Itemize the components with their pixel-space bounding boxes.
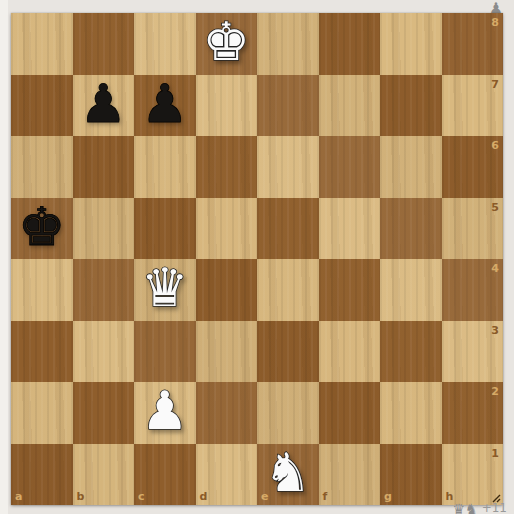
square-e2[interactable] — [257, 382, 319, 444]
square-h3[interactable]: 3 — [442, 321, 504, 383]
square-c7[interactable]: ♟ — [134, 75, 196, 137]
square-g1[interactable]: g — [380, 444, 442, 506]
square-g4[interactable] — [380, 259, 442, 321]
square-h6[interactable]: 6 — [442, 136, 504, 198]
rank-label-2: 2 — [491, 386, 499, 397]
material-advantage: ♛♞ +11 — [453, 501, 507, 514]
square-h7[interactable]: 7 — [442, 75, 504, 137]
rank-label-6: 6 — [491, 140, 499, 151]
square-a6[interactable] — [11, 136, 73, 198]
square-f1[interactable]: f — [319, 444, 381, 506]
square-b5[interactable] — [73, 198, 135, 260]
rank-label-3: 3 — [491, 325, 499, 336]
square-c8[interactable] — [134, 13, 196, 75]
square-h2[interactable]: 2 — [442, 382, 504, 444]
square-e6[interactable] — [257, 136, 319, 198]
square-d8[interactable]: ♚ — [196, 13, 258, 75]
square-b3[interactable] — [73, 321, 135, 383]
square-d5[interactable] — [196, 198, 258, 260]
square-b6[interactable] — [73, 136, 135, 198]
square-e3[interactable] — [257, 321, 319, 383]
file-label-d: d — [200, 491, 208, 502]
piece-white-queen[interactable]: ♛ — [141, 261, 189, 314]
square-d3[interactable] — [196, 321, 258, 383]
piece-black-pawn[interactable]: ♟ — [141, 77, 189, 130]
square-f8[interactable] — [319, 13, 381, 75]
square-b7[interactable]: ♟ — [73, 75, 135, 137]
square-b8[interactable] — [73, 13, 135, 75]
file-label-f: f — [323, 491, 328, 502]
square-c1[interactable]: c — [134, 444, 196, 506]
piece-white-pawn[interactable]: ♟ — [141, 384, 189, 437]
file-label-b: b — [77, 491, 85, 502]
piece-black-pawn[interactable]: ♟ — [79, 77, 127, 130]
square-b4[interactable] — [73, 259, 135, 321]
page-left-strip — [0, 0, 8, 514]
square-c6[interactable] — [134, 136, 196, 198]
square-a2[interactable] — [11, 382, 73, 444]
square-f2[interactable] — [319, 382, 381, 444]
square-e5[interactable] — [257, 198, 319, 260]
rank-label-5: 5 — [491, 202, 499, 213]
square-f5[interactable] — [319, 198, 381, 260]
rank-label-7: 7 — [491, 79, 499, 90]
square-h8[interactable]: 8 — [442, 13, 504, 75]
square-g3[interactable] — [380, 321, 442, 383]
square-c5[interactable] — [134, 198, 196, 260]
file-label-g: g — [384, 491, 392, 502]
square-g7[interactable] — [380, 75, 442, 137]
square-d2[interactable] — [196, 382, 258, 444]
square-f6[interactable] — [319, 136, 381, 198]
square-f3[interactable] — [319, 321, 381, 383]
square-c4[interactable]: ♛ — [134, 259, 196, 321]
square-g5[interactable] — [380, 198, 442, 260]
piece-white-king[interactable]: ♚ — [202, 15, 250, 68]
square-e4[interactable] — [257, 259, 319, 321]
square-g6[interactable] — [380, 136, 442, 198]
square-b1[interactable]: b — [73, 444, 135, 506]
square-a3[interactable] — [11, 321, 73, 383]
square-e8[interactable] — [257, 13, 319, 75]
rank-label-8: 8 — [491, 17, 499, 28]
square-a7[interactable] — [11, 75, 73, 137]
square-e1[interactable]: e♞ — [257, 444, 319, 506]
square-a8[interactable] — [11, 13, 73, 75]
piece-white-knight[interactable]: ♞ — [264, 446, 312, 499]
chess-board: ♚8♟♟76♚5♛43♟2abcde♞fgh1 — [11, 13, 503, 505]
square-a1[interactable]: a — [11, 444, 73, 506]
file-label-c: c — [138, 491, 145, 502]
knight-icon: ♞ — [465, 501, 478, 514]
square-g2[interactable] — [380, 382, 442, 444]
square-a5[interactable]: ♚ — [11, 198, 73, 260]
square-a4[interactable] — [11, 259, 73, 321]
rank-label-4: 4 — [491, 263, 499, 274]
square-f7[interactable] — [319, 75, 381, 137]
white-captured-tray: ♛♞ — [453, 499, 478, 514]
square-e7[interactable] — [257, 75, 319, 137]
square-h5[interactable]: 5 — [442, 198, 504, 260]
material-advantage-text: +11 — [482, 501, 507, 514]
queen-icon: ♛ — [453, 501, 466, 514]
square-f4[interactable] — [319, 259, 381, 321]
square-g8[interactable] — [380, 13, 442, 75]
square-d7[interactable] — [196, 75, 258, 137]
square-d6[interactable] — [196, 136, 258, 198]
square-d1[interactable]: d — [196, 444, 258, 506]
square-c2[interactable]: ♟ — [134, 382, 196, 444]
square-d4[interactable] — [196, 259, 258, 321]
square-h4[interactable]: 4 — [442, 259, 504, 321]
file-label-a: a — [15, 491, 22, 502]
square-h1[interactable]: h1 — [442, 444, 504, 506]
square-c3[interactable] — [134, 321, 196, 383]
square-b2[interactable] — [73, 382, 135, 444]
rank-label-1: 1 — [491, 448, 499, 459]
piece-black-king[interactable]: ♚ — [18, 200, 66, 253]
